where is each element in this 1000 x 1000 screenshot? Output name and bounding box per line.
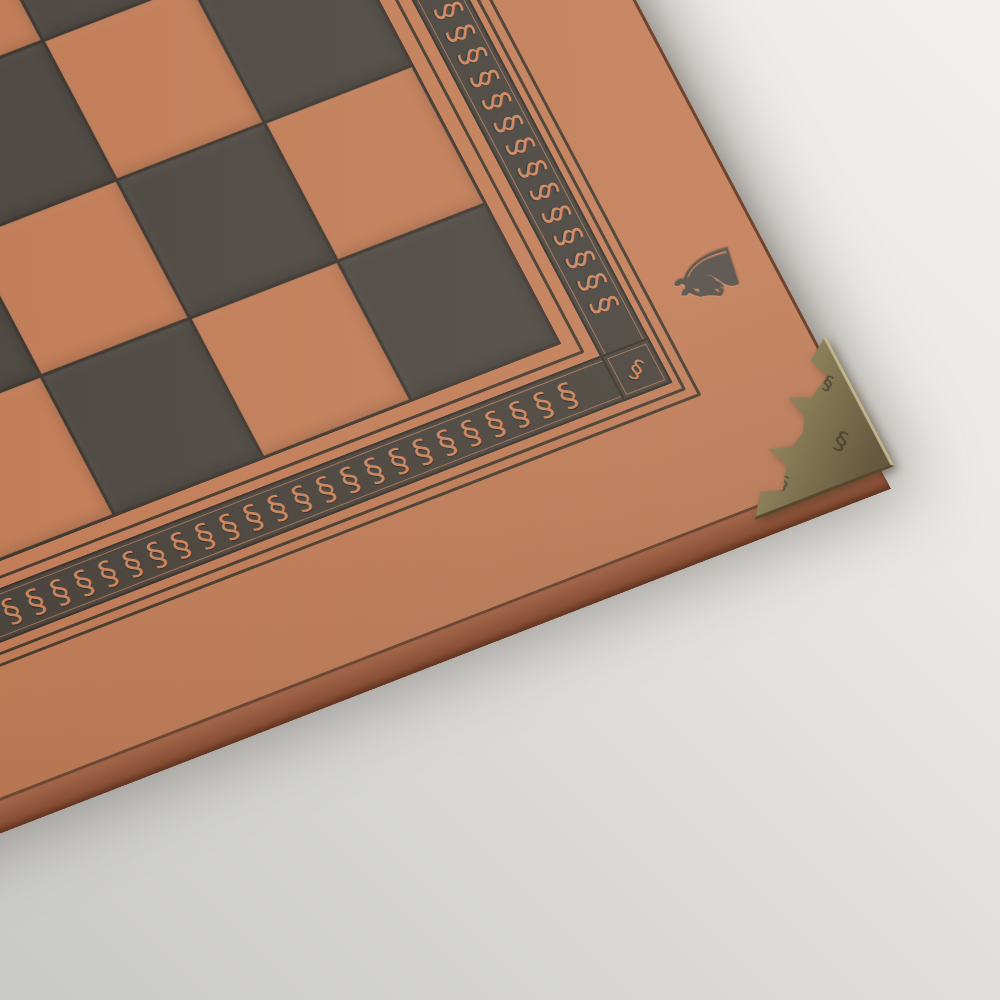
product-photo-stage: §§§§§§§§§§§§§§§§§§§§§§§§§§§§§§§§§§§§§§§§…	[0, 0, 1000, 1000]
scroll-ornament-icon: §	[625, 354, 648, 385]
knight-emblem-icon: ♞	[641, 219, 770, 331]
scroll-engraving-icon: §	[775, 471, 793, 495]
scroll-engraving-icon: §	[830, 425, 853, 456]
chessboard: §§§§§§§§§§§§§§§§§§§§§§§§§§§§§§§§§§§§§§§§…	[0, 0, 878, 1000]
scroll-engraving-icon: §	[819, 371, 837, 395]
